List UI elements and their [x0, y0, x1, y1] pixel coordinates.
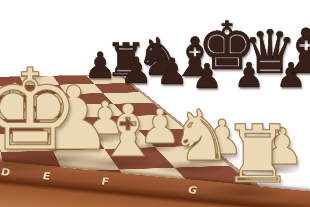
- file-label-f: F: [100, 176, 110, 188]
- piece-white-rook-h1[interactable]: ♜: [222, 115, 294, 195]
- piece-white-king-d1[interactable]: ♚: [0, 54, 80, 166]
- piece-black-bishop-h6[interactable]: ♝: [278, 21, 310, 83]
- piece-white-bishop-f1[interactable]: ♝: [96, 95, 161, 167]
- file-label-g: G: [187, 184, 199, 196]
- chess-board-photo: DEFG ♟♜♟♞♟♝♟♚♟♛♟♝♟♟♟♟♞♟♟♝♚♜: [0, 0, 310, 207]
